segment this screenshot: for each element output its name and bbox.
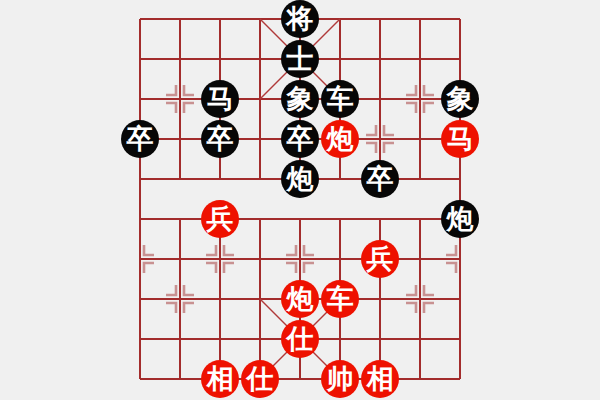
xiangqi-board[interactable]: 将士马象车象卒卒卒炮马炮卒兵炮兵炮车仕相仕帅相 — [0, 0, 600, 400]
red-advisor-2[interactable]: 仕 — [241, 360, 279, 398]
black-elephant-1[interactable]: 象 — [281, 80, 319, 118]
black-horse[interactable]: 马 — [201, 80, 239, 118]
red-elephant-2[interactable]: 相 — [361, 360, 399, 398]
red-soldier-1[interactable]: 兵 — [201, 200, 239, 238]
red-advisor-1[interactable]: 仕 — [281, 320, 319, 358]
black-chariot[interactable]: 车 — [321, 80, 359, 118]
black-soldier-2[interactable]: 卒 — [201, 120, 239, 158]
red-cannon-2[interactable]: 炮 — [281, 280, 319, 318]
black-cannon-1[interactable]: 炮 — [281, 160, 319, 198]
black-advisor[interactable]: 士 — [281, 40, 319, 78]
xiangqi-app-window: 将士马象车象卒卒卒炮马炮卒兵炮兵炮车仕相仕帅相 — [0, 0, 600, 400]
red-chariot[interactable]: 车 — [321, 280, 359, 318]
red-general[interactable]: 帅 — [321, 360, 359, 398]
red-elephant-1[interactable]: 相 — [201, 360, 239, 398]
black-general[interactable]: 将 — [281, 0, 319, 38]
black-soldier-4[interactable]: 卒 — [361, 160, 399, 198]
black-soldier-3[interactable]: 卒 — [281, 120, 319, 158]
black-elephant-2[interactable]: 象 — [441, 80, 479, 118]
black-soldier-1[interactable]: 卒 — [121, 120, 159, 158]
red-soldier-2[interactable]: 兵 — [361, 240, 399, 278]
red-horse[interactable]: 马 — [441, 120, 479, 158]
black-cannon-2[interactable]: 炮 — [441, 200, 479, 238]
red-cannon-1[interactable]: 炮 — [321, 120, 359, 158]
